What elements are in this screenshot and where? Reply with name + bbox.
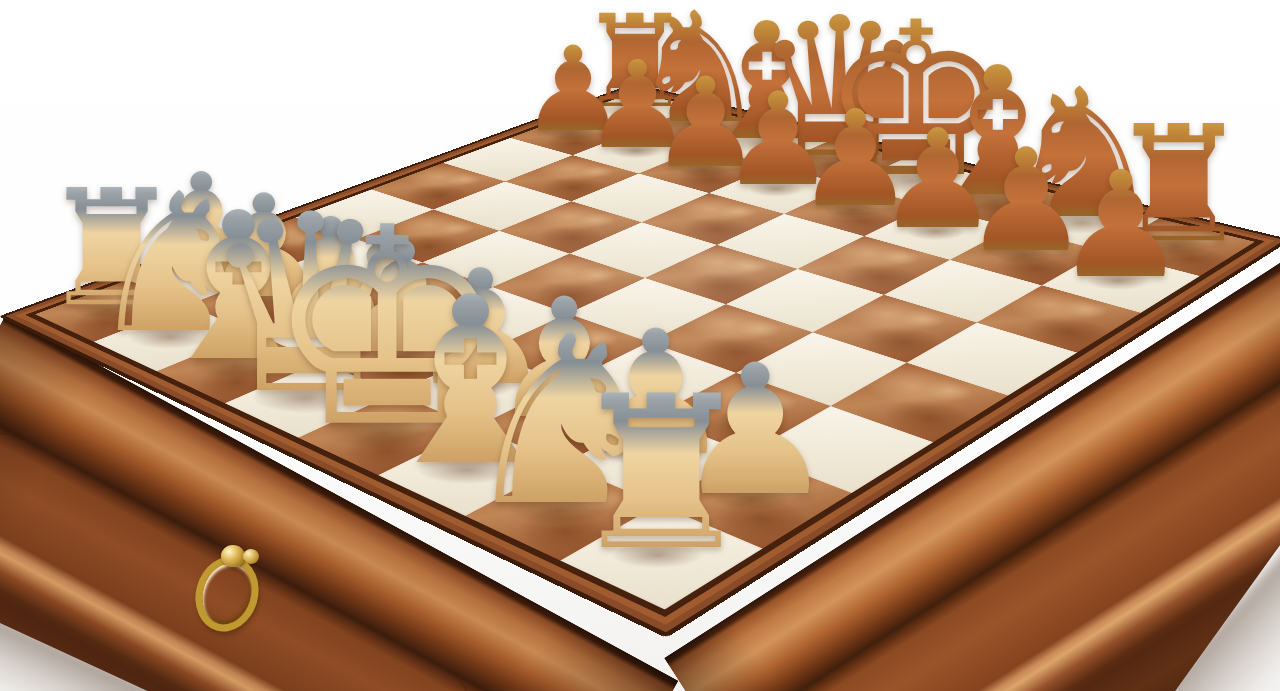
drawer-pull-knob-highlight (243, 549, 259, 564)
piece-black-pawn-h7[interactable]: ♟ (1055, 151, 1187, 298)
drawer-seam-right (357, 649, 490, 691)
piece-white-rook-h1[interactable]: ♜ (566, 368, 756, 580)
drawer-pull-knob (221, 545, 245, 567)
drawer-seam-left (0, 416, 63, 553)
chess-set-photo: ♜♞♝♛♚♝♞♜♟♟♟♟♟♟♟♟♟♟♟♟♟♟♟♟♜♞♝♛♚♝♞♜ (0, 0, 1280, 691)
